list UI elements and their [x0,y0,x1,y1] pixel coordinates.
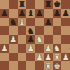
square-d2[interactable] [26,53,35,62]
square-a8[interactable] [0,0,9,9]
square-h4[interactable] [61,35,70,44]
square-d8[interactable] [26,0,35,9]
square-f7[interactable] [44,9,53,18]
piece-white-pawn[interactable]: ♟ [44,53,51,61]
square-c4[interactable] [18,35,27,44]
piece-white-rook[interactable]: ♜ [53,53,60,61]
square-g2[interactable]: ♜ [53,53,62,62]
square-d1[interactable] [26,61,35,70]
piece-black-pawn[interactable]: ♟ [1,9,8,17]
piece-white-pawn[interactable]: ♟ [62,53,69,61]
square-e3[interactable] [35,44,44,53]
piece-white-rook[interactable]: ♜ [44,61,51,69]
square-b5[interactable] [9,26,18,35]
square-e5[interactable] [35,26,44,35]
piece-black-knight[interactable]: ♞ [27,26,34,34]
piece-white-pawn[interactable]: ♟ [1,44,8,52]
square-g3[interactable]: ♞ [53,44,62,53]
piece-black-pawn[interactable]: ♟ [53,9,60,17]
square-a3[interactable]: ♟ [0,44,9,53]
square-b2[interactable] [9,53,18,62]
square-e4[interactable]: ♞ [35,35,44,44]
square-e2[interactable]: ♟ [35,53,44,62]
square-c1[interactable] [18,61,27,70]
square-a5[interactable] [0,26,9,35]
square-d3[interactable]: ♟ [26,44,35,53]
square-d4[interactable]: ♟ [26,35,35,44]
piece-white-pawn[interactable]: ♟ [9,35,16,43]
square-b6[interactable]: ♞ [9,18,18,27]
square-g8[interactable]: ♚ [53,0,62,9]
piece-white-knight[interactable]: ♞ [36,35,43,43]
square-f6[interactable]: ♟ [44,18,53,27]
square-f1[interactable]: ♜ [44,61,53,70]
square-f5[interactable] [44,26,53,35]
square-g6[interactable] [53,18,62,27]
piece-black-rook[interactable]: ♜ [44,0,51,8]
square-a1[interactable] [0,61,9,70]
square-e6[interactable] [35,18,44,27]
square-b3[interactable] [9,44,18,53]
square-f2[interactable]: ♟ [44,53,53,62]
piece-black-pawn[interactable]: ♟ [44,18,51,26]
piece-white-pawn[interactable]: ♟ [27,44,34,52]
square-d5[interactable]: ♞ [26,26,35,35]
square-f3[interactable]: ♟ [44,44,53,53]
piece-black-pawn[interactable]: ♟ [36,9,43,17]
square-h1[interactable] [61,61,70,70]
square-c5[interactable] [18,26,27,35]
piece-black-bishop[interactable]: ♝ [27,9,34,17]
square-d7[interactable]: ♝ [26,9,35,18]
piece-black-pawn[interactable]: ♟ [62,9,69,17]
square-g5[interactable] [53,26,62,35]
square-h2[interactable]: ♟ [61,53,70,62]
square-a7[interactable]: ♟ [0,9,9,18]
square-a2[interactable] [0,53,9,62]
square-a6[interactable] [0,18,9,27]
piece-black-rook[interactable]: ♜ [18,0,25,8]
square-f8[interactable]: ♜ [44,0,53,9]
square-g1[interactable]: ♚ [53,61,62,70]
square-h3[interactable] [61,44,70,53]
piece-black-knight[interactable]: ♞ [9,18,16,26]
piece-black-king[interactable]: ♚ [53,0,60,8]
square-b4[interactable]: ♟ [9,35,18,44]
square-e1[interactable] [35,61,44,70]
square-g4[interactable] [53,35,62,44]
square-e8[interactable] [35,0,44,9]
square-d6[interactable] [26,18,35,27]
piece-black-pawn[interactable]: ♟ [27,35,34,43]
square-c2[interactable] [18,53,27,62]
square-a4[interactable] [0,35,9,44]
square-c6[interactable]: ♝ [18,18,27,27]
square-b7[interactable] [9,9,18,18]
square-c8[interactable]: ♜ [18,0,27,9]
piece-white-king[interactable]: ♚ [53,61,60,69]
square-b1[interactable] [9,61,18,70]
square-h6[interactable] [61,18,70,27]
piece-white-pawn[interactable]: ♟ [36,53,43,61]
square-c7[interactable]: ♟ [18,9,27,18]
square-c3[interactable] [18,44,27,53]
square-g7[interactable]: ♟ [53,9,62,18]
piece-white-bishop[interactable]: ♝ [18,18,25,26]
chess-board: ♜♜♚♟♟♝♟♟♟♞♝♟♞♟♟♞♟♟♟♞♟♟♜♟♜♚ [0,0,70,70]
piece-white-knight[interactable]: ♞ [53,44,60,52]
piece-black-pawn[interactable]: ♟ [18,9,25,17]
square-f4[interactable] [44,35,53,44]
square-h8[interactable] [61,0,70,9]
piece-white-pawn[interactable]: ♟ [44,44,51,52]
square-h5[interactable] [61,26,70,35]
square-b8[interactable] [9,0,18,9]
square-e7[interactable]: ♟ [35,9,44,18]
square-h7[interactable]: ♟ [61,9,70,18]
